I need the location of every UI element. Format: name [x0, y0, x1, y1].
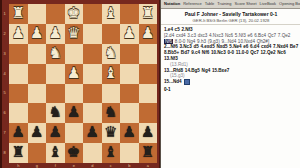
square-b5[interactable] [120, 84, 139, 104]
square-g1[interactable] [28, 4, 47, 24]
square-h8[interactable]: ♜ [9, 143, 28, 163]
square-d8[interactable] [83, 143, 102, 163]
white-bishop-c1[interactable]: ♝ [102, 4, 121, 24]
black-pawn-g7[interactable]: ♟ [28, 123, 47, 143]
black-king-e8[interactable]: ♚ [65, 143, 84, 163]
file-label-d: d [83, 163, 102, 168]
square-e7[interactable] [65, 123, 84, 143]
white-pawn-b2[interactable]: ♟ [120, 24, 139, 44]
square-h5[interactable] [9, 84, 28, 104]
square-d1[interactable] [83, 4, 102, 24]
square-g5[interactable] [28, 84, 47, 104]
file-label-a: a [139, 163, 158, 168]
square-c7[interactable]: ♛ [102, 123, 121, 143]
square-b6[interactable] [120, 103, 139, 123]
tab-opening-book[interactable]: Opening Book [279, 0, 300, 8]
file-label-e: e [65, 163, 84, 168]
square-c8[interactable]: ♝ [102, 143, 121, 163]
white-queen-e2[interactable]: ♛ [65, 24, 84, 44]
white-rook-h1[interactable]: ♜ [9, 4, 28, 24]
square-e2[interactable]: ♛ [65, 24, 84, 44]
square-g4[interactable] [28, 64, 47, 84]
file-label-b: b [120, 163, 139, 168]
square-f8[interactable]: ♝ [46, 143, 65, 163]
square-e1[interactable]: ♚ [65, 4, 84, 24]
square-a7[interactable]: ♟ [139, 123, 158, 143]
white-pawn-a2[interactable]: ♟ [139, 24, 158, 44]
white-knight-c3[interactable]: ♞ [102, 44, 121, 64]
tab-score-sheet[interactable]: Score Sheet [235, 0, 257, 8]
file-label-f: f [46, 163, 65, 168]
rank-label-3: 3 [1, 44, 8, 64]
square-c1[interactable]: ♝ [102, 4, 121, 24]
black-rook-h8[interactable]: ♜ [9, 143, 28, 163]
square-c2[interactable] [102, 24, 121, 44]
event-line: GER-It BSG Berlin GER (13), 20.02.1928 [163, 18, 299, 23]
white-bishop-c4[interactable]: ♝ [102, 64, 121, 84]
square-c3[interactable]: ♞ [102, 44, 121, 64]
square-d4[interactable] [83, 64, 102, 84]
square-d6[interactable] [83, 103, 102, 123]
square-f7[interactable]: ♟ [46, 123, 65, 143]
black-pawn-h7[interactable]: ♟ [9, 123, 28, 143]
square-b3[interactable] [120, 44, 139, 64]
square-a2[interactable]: ♟ [139, 24, 158, 44]
square-d5[interactable] [83, 84, 102, 104]
move-line-7[interactable]: 15...Nd4 [164, 79, 299, 85]
square-f6[interactable]: ♞ [46, 103, 65, 123]
tab-livebook[interactable]: LiveBook [260, 0, 276, 8]
square-e5[interactable] [65, 84, 84, 104]
current-move-highlight[interactable]: Nf6 [164, 39, 173, 44]
square-h7[interactable]: ♟ [9, 123, 28, 143]
black-pawn-b7[interactable]: ♟ [120, 123, 139, 143]
square-a1[interactable]: ♜ [139, 4, 158, 24]
move-line-8[interactable]: 0-1 [164, 87, 299, 93]
white-pawn-g2[interactable]: ♟ [28, 24, 47, 44]
position-eval-badge-icon [184, 79, 190, 85]
file-label-c: c [102, 163, 121, 168]
square-f5[interactable] [46, 84, 65, 104]
black-pawn-f7[interactable]: ♟ [46, 123, 65, 143]
white-king-e1[interactable]: ♚ [65, 4, 84, 24]
square-b4[interactable] [120, 64, 139, 84]
black-knight-f6[interactable]: ♞ [46, 103, 65, 123]
square-g3[interactable] [28, 44, 47, 64]
tab-training[interactable]: Training [217, 0, 231, 8]
square-d7[interactable]: ♟ [83, 123, 102, 143]
square-g7[interactable]: ♟ [28, 123, 47, 143]
square-e3[interactable] [65, 44, 84, 64]
black-queen-c7[interactable]: ♛ [102, 123, 121, 143]
rank-label-2: 2 [1, 24, 8, 44]
square-c6[interactable]: ♞ [102, 103, 121, 123]
square-h2[interactable]: ♟ [9, 24, 28, 44]
square-b1[interactable] [120, 4, 139, 24]
game-header: Paul F Johner - Savielly Tartakower 0-1 … [161, 9, 300, 25]
square-g6[interactable] [28, 103, 47, 123]
square-a5[interactable] [139, 84, 158, 104]
rank-label-5: 5 [1, 84, 8, 104]
white-knight-f3[interactable]: ♞ [46, 44, 65, 64]
square-f1[interactable] [46, 4, 65, 24]
rank-label-4: 4 [1, 64, 8, 84]
players-result-line: Paul F Johner - Savielly Tartakower 0-1 [163, 11, 299, 17]
chess-app-window: ♜♚♝♜♟♟♟♛♟♟♞♞♟♝♞♟♞♟♟♟♟♛♟♟♜♝♚♝♜ 12345678 h… [0, 0, 300, 168]
square-b7[interactable]: ♟ [120, 123, 139, 143]
square-d2[interactable] [83, 24, 102, 44]
rank-label-8: 8 [1, 143, 8, 163]
rank-label-7: 7 [1, 123, 8, 143]
square-c5[interactable] [102, 84, 121, 104]
black-knight-c6[interactable]: ♞ [102, 103, 121, 123]
black-pawn-d7[interactable]: ♟ [83, 123, 102, 143]
square-a8[interactable]: ♜ [139, 143, 158, 163]
square-f2[interactable]: ♟ [46, 24, 65, 44]
square-g8[interactable] [28, 143, 47, 163]
white-rook-a1[interactable]: ♜ [139, 4, 158, 24]
tab-bar[interactable]: NotationReferenceTableTrainingScore Shee… [161, 0, 300, 9]
square-g2[interactable]: ♟ [28, 24, 47, 44]
black-pawn-a7[interactable]: ♟ [139, 123, 158, 143]
notation-panel: NotationReferenceTableTrainingScore Shee… [160, 0, 300, 168]
square-h6[interactable] [9, 103, 28, 123]
square-h3[interactable] [9, 44, 28, 64]
square-f3[interactable]: ♞ [46, 44, 65, 64]
square-e4[interactable]: ♟ [65, 64, 84, 84]
square-h1[interactable]: ♜ [9, 4, 28, 24]
tab-reference[interactable]: Reference [183, 0, 201, 8]
file-label-g: g [28, 163, 47, 168]
black-bishop-f8[interactable]: ♝ [46, 143, 65, 163]
white-pawn-e4[interactable]: ♟ [65, 64, 84, 84]
square-h4[interactable] [9, 64, 28, 84]
square-a6[interactable] [139, 103, 158, 123]
white-pawn-h2[interactable]: ♟ [9, 24, 28, 44]
square-a4[interactable] [139, 64, 158, 84]
square-b8[interactable] [120, 143, 139, 163]
square-d3[interactable] [83, 44, 102, 64]
tab-notation[interactable]: Notation [164, 0, 180, 8]
square-f4[interactable] [46, 64, 65, 84]
black-pawn-e6[interactable]: ♟ [65, 103, 84, 123]
rank-label-1: 1 [1, 4, 8, 24]
move-line-2[interactable]: [2.d4 cxd4 3.c3 dxc3 4.Nxc3 Nc6 5.Nf3 e6… [164, 33, 299, 45]
square-e8[interactable]: ♚ [65, 143, 84, 163]
black-bishop-c8[interactable]: ♝ [102, 143, 121, 163]
rank-label-6: 6 [1, 103, 8, 123]
square-c4[interactable]: ♝ [102, 64, 121, 84]
square-b2[interactable]: ♟ [120, 24, 139, 44]
white-pawn-f2[interactable]: ♟ [46, 24, 65, 44]
move-line-3[interactable]: 2...Nf6 3.Nc3 d5 4.exd5 Nxd5 5.Ne4 e6 6.… [164, 44, 299, 61]
board[interactable]: ♜♚♝♜♟♟♟♛♟♟♞♞♟♝♞♟♞♟♟♟♟♛♟♟♜♝♚♝♜ [9, 4, 157, 163]
tab-table[interactable]: Table [205, 0, 215, 8]
black-rook-a8[interactable]: ♜ [139, 143, 158, 163]
square-e6[interactable]: ♟ [65, 103, 84, 123]
square-a3[interactable] [139, 44, 158, 64]
file-label-h: h [9, 163, 28, 168]
board-frame: ♜♚♝♜♟♟♟♛♟♟♞♞♟♝♞♟♞♟♟♟♟♛♟♟♜♝♚♝♜ 12345678 h… [0, 0, 160, 168]
notation-moves[interactable]: 1.e4 c5 2.Nf3[2.d4 cxd4 3.c3 dxc3 4.Nxc3… [161, 25, 300, 93]
